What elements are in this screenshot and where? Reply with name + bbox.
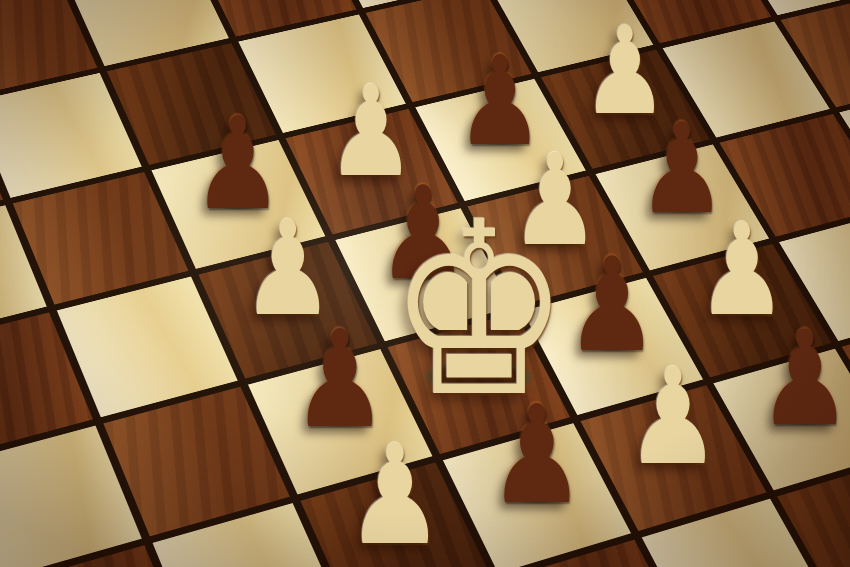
white-pawn: ♟ xyxy=(625,350,721,483)
black-pawn: ♟ xyxy=(758,313,850,444)
pieces-layer: ♟♟♟♟♟♟♟♟♟♚♟♟♟♟♟♟ xyxy=(0,0,850,567)
white-pawn: ♟ xyxy=(345,428,444,566)
black-pawn: ♟ xyxy=(488,388,585,524)
chessboard-photo: ♟♟♟♟♟♟♟♟♟♚♟♟♟♟♟♟ xyxy=(0,0,850,567)
